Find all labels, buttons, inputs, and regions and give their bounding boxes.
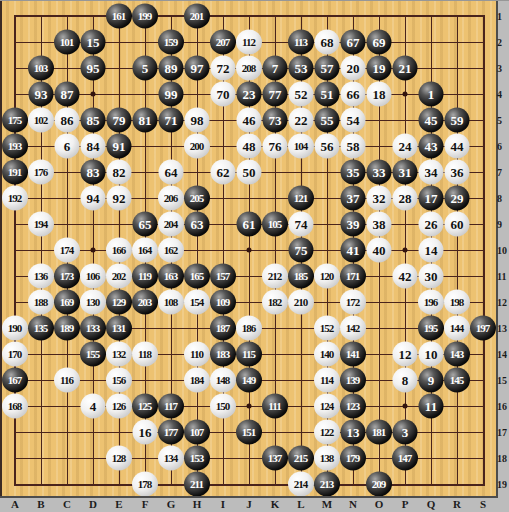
stone-R5[interactable]: 59 xyxy=(445,108,470,133)
stone-P17[interactable]: 3 xyxy=(393,420,418,445)
stone-N17[interactable]: 13 xyxy=(341,420,366,445)
stone-B13[interactable]: 135 xyxy=(28,316,54,341)
stone-Q14[interactable]: 10 xyxy=(419,342,444,367)
stone-J3[interactable]: 208 xyxy=(236,56,262,81)
column-label-E: E xyxy=(115,498,122,510)
row-label-12: 12 xyxy=(497,297,509,308)
row-label-13: 13 xyxy=(497,323,509,334)
star-point xyxy=(403,248,408,253)
stone-J9[interactable]: 61 xyxy=(237,212,262,237)
stone-F19[interactable]: 178 xyxy=(132,472,158,497)
stone-M5[interactable]: 55 xyxy=(315,108,340,133)
stone-D8[interactable]: 94 xyxy=(81,186,106,211)
stone-G7[interactable]: 64 xyxy=(159,160,184,185)
stone-A6[interactable]: 193 xyxy=(2,134,28,159)
stone-G12[interactable]: 108 xyxy=(158,290,184,315)
stone-D13[interactable]: 133 xyxy=(80,316,106,341)
stone-N14[interactable]: 141 xyxy=(340,342,366,367)
stone-N13[interactable]: 142 xyxy=(340,316,366,341)
stone-L10[interactable]: 75 xyxy=(289,238,314,263)
stone-G8[interactable]: 206 xyxy=(158,186,184,211)
stone-D6[interactable]: 84 xyxy=(81,134,106,159)
column-label-G: G xyxy=(167,498,176,510)
stone-C4[interactable]: 87 xyxy=(55,82,80,107)
stone-N18[interactable]: 179 xyxy=(340,446,366,471)
stone-K4[interactable]: 77 xyxy=(263,82,288,107)
stone-K16[interactable]: 111 xyxy=(262,394,288,419)
stone-J14[interactable]: 115 xyxy=(236,342,262,367)
stone-L4[interactable]: 52 xyxy=(289,82,314,107)
row-label-17: 17 xyxy=(497,427,509,438)
stone-F10[interactable]: 164 xyxy=(132,238,158,263)
stone-C5[interactable]: 86 xyxy=(55,108,80,133)
stone-O3[interactable]: 19 xyxy=(367,56,392,81)
stone-O4[interactable]: 18 xyxy=(367,82,392,107)
stone-E8[interactable]: 92 xyxy=(107,186,132,211)
stone-J4[interactable]: 23 xyxy=(237,82,262,107)
stone-F14[interactable]: 118 xyxy=(132,342,158,367)
row-label-5: 5 xyxy=(497,115,509,126)
stone-N2[interactable]: 67 xyxy=(341,30,366,55)
stone-M14[interactable]: 140 xyxy=(314,342,340,367)
stone-O10[interactable]: 40 xyxy=(367,238,392,263)
stone-N6[interactable]: 58 xyxy=(341,134,366,159)
stone-A13[interactable]: 190 xyxy=(2,316,28,341)
stone-P7[interactable]: 31 xyxy=(393,160,418,185)
stone-H14[interactable]: 110 xyxy=(184,342,210,367)
stone-D12[interactable]: 130 xyxy=(80,290,106,315)
stone-Q13[interactable]: 195 xyxy=(418,316,444,341)
stone-E5[interactable]: 79 xyxy=(107,108,132,133)
stone-K12[interactable]: 182 xyxy=(262,290,288,315)
stone-D11[interactable]: 106 xyxy=(80,264,106,289)
stone-R7[interactable]: 36 xyxy=(445,160,470,185)
stone-H17[interactable]: 107 xyxy=(184,420,210,445)
stone-Q9[interactable]: 26 xyxy=(419,212,444,237)
column-label-N: N xyxy=(349,498,357,510)
stone-C13[interactable]: 189 xyxy=(54,316,80,341)
star-point xyxy=(91,248,96,253)
stone-N12[interactable]: 172 xyxy=(340,290,366,315)
stone-G18[interactable]: 134 xyxy=(158,446,184,471)
stone-Q10[interactable]: 14 xyxy=(419,238,444,263)
star-point xyxy=(91,92,96,97)
stone-E6[interactable]: 91 xyxy=(107,134,132,159)
stone-Q12[interactable]: 196 xyxy=(418,290,444,315)
stone-F17[interactable]: 16 xyxy=(133,420,158,445)
stone-M3[interactable]: 57 xyxy=(315,56,340,81)
stone-B7[interactable]: 176 xyxy=(28,160,54,185)
column-label-A: A xyxy=(11,498,19,510)
stone-F5[interactable]: 81 xyxy=(133,108,158,133)
stone-J6[interactable]: 48 xyxy=(237,134,262,159)
stone-N8[interactable]: 37 xyxy=(341,186,366,211)
column-label-K: K xyxy=(271,498,280,510)
stone-K9[interactable]: 105 xyxy=(262,212,288,237)
stone-G9[interactable]: 204 xyxy=(158,212,184,237)
stone-R6[interactable]: 44 xyxy=(445,134,470,159)
column-label-H: H xyxy=(193,498,202,510)
stone-I4[interactable]: 70 xyxy=(211,82,236,107)
stone-F1[interactable]: 199 xyxy=(132,4,158,29)
stone-F9[interactable]: 65 xyxy=(133,212,158,237)
stone-H6[interactable]: 200 xyxy=(184,134,210,159)
stone-N7[interactable]: 35 xyxy=(341,160,366,185)
stone-C15[interactable]: 116 xyxy=(54,368,80,393)
stone-N16[interactable]: 123 xyxy=(340,394,366,419)
stone-R12[interactable]: 198 xyxy=(444,290,470,315)
stone-I11[interactable]: 157 xyxy=(210,264,236,289)
stone-Q4[interactable]: 1 xyxy=(419,82,444,107)
stone-G16[interactable]: 117 xyxy=(158,394,184,419)
stone-A7[interactable]: 191 xyxy=(2,160,28,185)
stone-K5[interactable]: 73 xyxy=(263,108,288,133)
stone-O19[interactable]: 209 xyxy=(366,472,392,497)
row-label-8: 8 xyxy=(497,193,509,204)
row-label-19: 19 xyxy=(497,479,509,490)
column-label-J: J xyxy=(246,498,252,510)
column-label-Q: Q xyxy=(427,498,436,510)
stone-H8[interactable]: 205 xyxy=(184,186,210,211)
stone-I7[interactable]: 62 xyxy=(211,160,236,185)
stone-E15[interactable]: 156 xyxy=(106,368,132,393)
stone-M18[interactable]: 138 xyxy=(314,446,340,471)
stone-B9[interactable]: 194 xyxy=(28,212,54,237)
stone-M19[interactable]: 213 xyxy=(314,472,340,497)
stone-C12[interactable]: 169 xyxy=(54,290,80,315)
stone-H5[interactable]: 98 xyxy=(185,108,210,133)
stone-Q16[interactable]: 11 xyxy=(419,394,444,419)
stone-M2[interactable]: 68 xyxy=(315,30,340,55)
stone-I15[interactable]: 148 xyxy=(210,368,236,393)
stone-E11[interactable]: 202 xyxy=(106,264,132,289)
stone-L6[interactable]: 104 xyxy=(288,134,314,159)
stone-D14[interactable]: 155 xyxy=(80,342,106,367)
row-label-14: 14 xyxy=(497,349,509,360)
stone-R13[interactable]: 144 xyxy=(444,316,470,341)
column-label-O: O xyxy=(375,498,384,510)
stone-O8[interactable]: 32 xyxy=(367,186,392,211)
stone-C6[interactable]: 6 xyxy=(55,134,80,159)
stone-G17[interactable]: 177 xyxy=(158,420,184,445)
column-label-P: P xyxy=(402,498,409,510)
stone-I12[interactable]: 109 xyxy=(210,290,236,315)
stone-I3[interactable]: 72 xyxy=(211,56,236,81)
stone-E12[interactable]: 129 xyxy=(106,290,132,315)
stone-E7[interactable]: 82 xyxy=(107,160,132,185)
stone-Q8[interactable]: 17 xyxy=(419,186,444,211)
column-label-L: L xyxy=(297,498,304,510)
stone-A8[interactable]: 192 xyxy=(2,186,28,211)
stone-Q15[interactable]: 9 xyxy=(419,368,444,393)
stone-B3[interactable]: 103 xyxy=(28,56,54,81)
stone-Q7[interactable]: 34 xyxy=(419,160,444,185)
column-label-C: C xyxy=(63,498,71,510)
stone-L12[interactable]: 210 xyxy=(288,290,314,315)
stone-G5[interactable]: 71 xyxy=(159,108,184,133)
stone-N4[interactable]: 66 xyxy=(341,82,366,107)
stone-O7[interactable]: 33 xyxy=(367,160,392,185)
column-label-B: B xyxy=(37,498,44,510)
stone-E13[interactable]: 131 xyxy=(106,316,132,341)
stone-E14[interactable]: 132 xyxy=(106,342,132,367)
stone-B11[interactable]: 136 xyxy=(28,264,54,289)
stone-F11[interactable]: 119 xyxy=(132,264,158,289)
column-label-F: F xyxy=(142,498,149,510)
stone-N15[interactable]: 139 xyxy=(340,368,366,393)
row-label-9: 9 xyxy=(497,219,509,230)
stone-M11[interactable]: 120 xyxy=(314,264,340,289)
stone-M4[interactable]: 51 xyxy=(315,82,340,107)
stone-D16[interactable]: 4 xyxy=(81,394,106,419)
stone-K18[interactable]: 137 xyxy=(262,446,288,471)
stone-R14[interactable]: 143 xyxy=(444,342,470,367)
stone-H3[interactable]: 97 xyxy=(185,56,210,81)
stone-I2[interactable]: 207 xyxy=(210,30,236,55)
stone-P15[interactable]: 8 xyxy=(393,368,418,393)
stone-N10[interactable]: 41 xyxy=(341,238,366,263)
stone-C2[interactable]: 101 xyxy=(54,30,80,55)
stone-A15[interactable]: 167 xyxy=(2,368,28,393)
stone-R15[interactable]: 145 xyxy=(444,368,470,393)
stone-G3[interactable]: 89 xyxy=(159,56,184,81)
stone-F3[interactable]: 5 xyxy=(133,56,158,81)
stone-O9[interactable]: 38 xyxy=(367,212,392,237)
stone-R8[interactable]: 29 xyxy=(445,186,470,211)
stone-J13[interactable]: 186 xyxy=(236,316,262,341)
stone-N11[interactable]: 171 xyxy=(340,264,366,289)
row-label-10: 10 xyxy=(497,245,509,256)
stone-F12[interactable]: 203 xyxy=(132,290,158,315)
stone-H19[interactable]: 211 xyxy=(184,472,210,497)
stone-D2[interactable]: 15 xyxy=(81,30,106,55)
stone-L19[interactable]: 214 xyxy=(288,472,314,497)
stone-P3[interactable]: 21 xyxy=(393,56,418,81)
stone-Q11[interactable]: 30 xyxy=(419,264,444,289)
stone-E1[interactable]: 161 xyxy=(106,4,132,29)
stone-G10[interactable]: 162 xyxy=(158,238,184,263)
stone-H9[interactable]: 63 xyxy=(185,212,210,237)
stone-H12[interactable]: 154 xyxy=(184,290,210,315)
stone-L9[interactable]: 74 xyxy=(289,212,314,237)
column-label-R: R xyxy=(453,498,461,510)
stone-K3[interactable]: 7 xyxy=(263,56,288,81)
stone-F16[interactable]: 125 xyxy=(132,394,158,419)
stone-L3[interactable]: 53 xyxy=(289,56,314,81)
stone-E18[interactable]: 128 xyxy=(106,446,132,471)
stone-B4[interactable]: 93 xyxy=(29,82,54,107)
stone-D5[interactable]: 85 xyxy=(81,108,106,133)
stone-P8[interactable]: 28 xyxy=(393,186,418,211)
stone-O2[interactable]: 69 xyxy=(367,30,392,55)
stone-M16[interactable]: 124 xyxy=(314,394,340,419)
stone-I16[interactable]: 150 xyxy=(210,394,236,419)
row-label-18: 18 xyxy=(497,453,509,464)
row-label-2: 2 xyxy=(497,37,509,48)
stone-L18[interactable]: 215 xyxy=(288,446,314,471)
stone-M15[interactable]: 114 xyxy=(314,368,340,393)
stone-B12[interactable]: 188 xyxy=(28,290,54,315)
grid-line-vertical xyxy=(457,16,458,484)
stone-E16[interactable]: 126 xyxy=(106,394,132,419)
column-label-D: D xyxy=(89,498,97,510)
stone-G11[interactable]: 163 xyxy=(158,264,184,289)
row-label-6: 6 xyxy=(497,141,509,152)
stone-L2[interactable]: 113 xyxy=(288,30,314,55)
row-label-11: 11 xyxy=(497,271,509,282)
stone-M6[interactable]: 56 xyxy=(315,134,340,159)
stone-M13[interactable]: 152 xyxy=(314,316,340,341)
row-label-1: 1 xyxy=(497,11,509,22)
stone-L11[interactable]: 185 xyxy=(288,264,314,289)
stone-C11[interactable]: 173 xyxy=(54,264,80,289)
stone-J2[interactable]: 112 xyxy=(236,30,262,55)
stone-I13[interactable]: 187 xyxy=(210,316,236,341)
stone-J17[interactable]: 151 xyxy=(236,420,262,445)
stone-L5[interactable]: 22 xyxy=(289,108,314,133)
stone-A5[interactable]: 175 xyxy=(2,108,28,133)
stone-A16[interactable]: 168 xyxy=(2,394,28,419)
column-label-S: S xyxy=(480,498,486,510)
row-label-4: 4 xyxy=(497,89,509,100)
star-point xyxy=(247,404,252,409)
stone-N5[interactable]: 54 xyxy=(341,108,366,133)
stone-K11[interactable]: 212 xyxy=(262,264,288,289)
star-point xyxy=(403,92,408,97)
stone-G4[interactable]: 99 xyxy=(159,82,184,107)
stone-D3[interactable]: 95 xyxy=(81,56,106,81)
stone-A14[interactable]: 170 xyxy=(2,342,28,367)
stone-N3[interactable]: 20 xyxy=(341,56,366,81)
stone-E10[interactable]: 166 xyxy=(106,238,132,263)
stone-N9[interactable]: 39 xyxy=(341,212,366,237)
stone-I14[interactable]: 183 xyxy=(210,342,236,367)
stone-Q6[interactable]: 43 xyxy=(419,134,444,159)
go-kifu-page: 1611992011011515920711211368676910395589… xyxy=(0,0,509,512)
stone-J7[interactable]: 50 xyxy=(237,160,262,185)
stone-P11[interactable]: 42 xyxy=(393,264,418,289)
stone-H15[interactable]: 184 xyxy=(184,368,210,393)
stone-S13[interactable]: 197 xyxy=(470,316,496,341)
stone-P14[interactable]: 12 xyxy=(393,342,418,367)
stone-C10[interactable]: 174 xyxy=(54,238,80,263)
stone-P18[interactable]: 147 xyxy=(392,446,418,471)
stone-H18[interactable]: 153 xyxy=(184,446,210,471)
column-label-M: M xyxy=(322,498,332,510)
stone-M17[interactable]: 122 xyxy=(314,420,340,445)
stone-H1[interactable]: 201 xyxy=(184,4,210,29)
star-point xyxy=(403,404,408,409)
stone-L8[interactable]: 121 xyxy=(288,186,314,211)
row-label-7: 7 xyxy=(497,167,509,178)
stone-P6[interactable]: 24 xyxy=(393,134,418,159)
stone-J5[interactable]: 46 xyxy=(237,108,262,133)
column-label-I: I xyxy=(221,498,225,510)
row-label-16: 16 xyxy=(497,401,509,412)
stone-R9[interactable]: 60 xyxy=(445,212,470,237)
row-label-15: 15 xyxy=(497,375,509,386)
stone-O17[interactable]: 181 xyxy=(366,420,392,445)
stone-B5[interactable]: 102 xyxy=(28,108,54,133)
stone-K6[interactable]: 76 xyxy=(263,134,288,159)
stone-Q5[interactable]: 45 xyxy=(419,108,444,133)
stone-H11[interactable]: 165 xyxy=(184,264,210,289)
stone-J15[interactable]: 149 xyxy=(236,368,262,393)
row-label-3: 3 xyxy=(497,63,509,74)
stone-D7[interactable]: 83 xyxy=(81,160,106,185)
stone-G2[interactable]: 159 xyxy=(158,30,184,55)
star-point xyxy=(247,248,252,253)
go-board[interactable]: 1611992011011515920711211368676910395589… xyxy=(0,1,498,498)
